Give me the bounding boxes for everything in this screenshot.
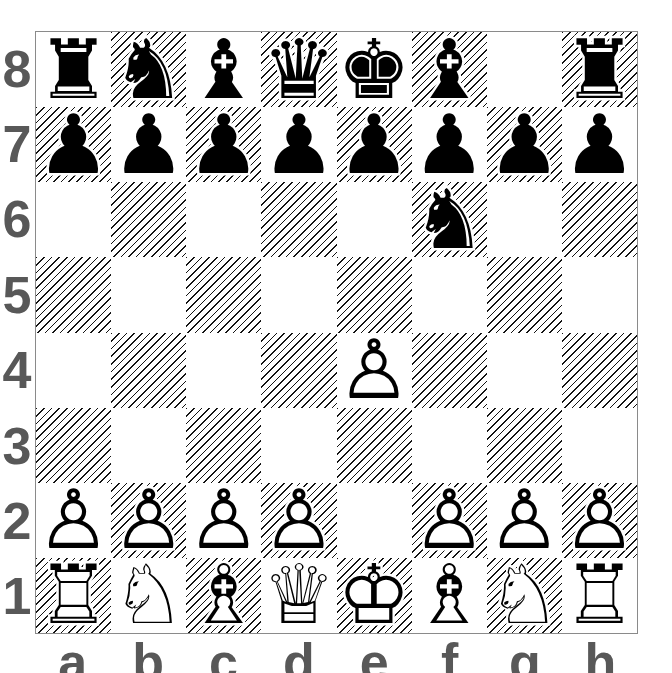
square-c6[interactable] (186, 182, 261, 257)
file-label-a: a (35, 632, 110, 673)
square-f1[interactable]: ♝♗ (412, 558, 487, 633)
square-g4[interactable] (487, 333, 562, 408)
black-king-e8: ♚♚ (337, 32, 412, 107)
square-d5[interactable] (261, 257, 336, 332)
white-knight-g1: ♞♘ (487, 558, 562, 633)
square-c1[interactable]: ♝♗ (186, 558, 261, 633)
square-b1[interactable]: ♞♘ (111, 558, 186, 633)
black-pawn-f7: ♟♟ (412, 107, 487, 182)
square-b5[interactable] (111, 257, 186, 332)
white-knight-glyph: ♘ (488, 554, 562, 636)
board: ♜♜♞♞♝♝♛♛♚♚♝♝♜♜♟♟♟♟♟♟♟♟♟♟♟♟♟♟♟♟♞♞♟♙♟♙♟♙♟♙… (35, 31, 638, 634)
square-d4[interactable] (261, 333, 336, 408)
black-pawn-d7: ♟♟ (261, 107, 336, 182)
file-label-c: c (186, 632, 261, 673)
square-g7[interactable]: ♟♟ (487, 107, 562, 182)
square-a7[interactable]: ♟♟ (36, 107, 111, 182)
square-d8[interactable]: ♛♛ (261, 32, 336, 107)
square-f7[interactable]: ♟♟ (412, 107, 487, 182)
square-h8[interactable]: ♜♜ (562, 32, 637, 107)
square-a4[interactable] (36, 333, 111, 408)
square-e1[interactable]: ♚♔ (337, 558, 412, 633)
file-labels: abcdefgh (35, 632, 638, 673)
white-king-e1: ♚♔ (337, 558, 412, 633)
white-queen-glyph: ♕ (262, 554, 336, 636)
black-bishop-f8: ♝♝ (412, 32, 487, 107)
square-b6[interactable] (111, 182, 186, 257)
square-e8[interactable]: ♚♚ (337, 32, 412, 107)
file-label-d: d (261, 632, 336, 673)
square-f5[interactable] (412, 257, 487, 332)
black-rook-h8: ♜♜ (562, 32, 637, 107)
rank-label-2: 2 (0, 483, 34, 558)
white-queen-d1: ♛♕ (261, 558, 336, 633)
file-label-e: e (337, 632, 412, 673)
rank-label-6: 6 (0, 182, 34, 257)
square-g8[interactable] (487, 32, 562, 107)
file-label-h: h (563, 632, 638, 673)
square-a1[interactable]: ♜♖ (36, 558, 111, 633)
square-f8[interactable]: ♝♝ (412, 32, 487, 107)
white-knight-b1: ♞♘ (111, 558, 186, 633)
black-pawn-b7: ♟♟ (111, 107, 186, 182)
square-h1[interactable]: ♜♖ (562, 558, 637, 633)
white-rook-glyph: ♖ (37, 554, 111, 636)
square-c5[interactable] (186, 257, 261, 332)
white-bishop-glyph: ♗ (412, 554, 486, 636)
square-f6[interactable]: ♞♞ (412, 182, 487, 257)
black-pawn-h7: ♟♟ (562, 107, 637, 182)
square-a8[interactable]: ♜♜ (36, 32, 111, 107)
black-pawn-glyph: ♟ (187, 104, 261, 186)
square-d1[interactable]: ♛♕ (261, 558, 336, 633)
black-pawn-glyph: ♟ (37, 104, 111, 186)
white-rook-h1: ♜♖ (562, 558, 637, 633)
square-c8[interactable]: ♝♝ (186, 32, 261, 107)
square-b8[interactable]: ♞♞ (111, 32, 186, 107)
white-bishop-f1: ♝♗ (412, 558, 487, 633)
chessboard-diagram: 87654321 ♜♜♞♞♝♝♛♛♚♚♝♝♜♜♟♟♟♟♟♟♟♟♟♟♟♟♟♟♟♟♞… (0, 0, 672, 673)
rank-label-5: 5 (0, 257, 34, 332)
square-g6[interactable] (487, 182, 562, 257)
black-queen-d8: ♛♛ (261, 32, 336, 107)
black-bishop-c8: ♝♝ (186, 32, 261, 107)
black-knight-b8: ♞♞ (111, 32, 186, 107)
black-rook-a8: ♜♜ (36, 32, 111, 107)
square-g5[interactable] (487, 257, 562, 332)
file-label-f: f (412, 632, 487, 673)
black-pawn-glyph: ♟ (337, 104, 411, 186)
rank-label-4: 4 (0, 333, 34, 408)
file-label-g: g (487, 632, 562, 673)
rank-label-7: 7 (0, 106, 34, 181)
rank-labels: 87654321 (0, 31, 34, 634)
square-h4[interactable] (562, 333, 637, 408)
white-bishop-c1: ♝♗ (186, 558, 261, 633)
square-f4[interactable] (412, 333, 487, 408)
square-c7[interactable]: ♟♟ (186, 107, 261, 182)
rank-label-1: 1 (0, 559, 34, 634)
black-knight-glyph: ♞ (412, 179, 486, 261)
square-g1[interactable]: ♞♘ (487, 558, 562, 633)
square-e6[interactable] (337, 182, 412, 257)
black-pawn-glyph: ♟ (262, 104, 336, 186)
white-pawn-e4: ♟♙ (337, 333, 412, 408)
square-d6[interactable] (261, 182, 336, 257)
square-h7[interactable]: ♟♟ (562, 107, 637, 182)
square-e7[interactable]: ♟♟ (337, 107, 412, 182)
rank-label-3: 3 (0, 408, 34, 483)
square-b4[interactable] (111, 333, 186, 408)
square-a6[interactable] (36, 182, 111, 257)
black-pawn-glyph: ♟ (488, 104, 562, 186)
square-h5[interactable] (562, 257, 637, 332)
white-rook-a1: ♜♖ (36, 558, 111, 633)
black-pawn-g7: ♟♟ (487, 107, 562, 182)
white-bishop-glyph: ♗ (187, 554, 261, 636)
square-c4[interactable] (186, 333, 261, 408)
square-d7[interactable]: ♟♟ (261, 107, 336, 182)
black-pawn-a7: ♟♟ (36, 107, 111, 182)
black-pawn-glyph: ♟ (563, 104, 637, 186)
square-e4[interactable]: ♟♙ (337, 333, 412, 408)
white-rook-glyph: ♖ (563, 554, 637, 636)
black-knight-f6: ♞♞ (412, 182, 487, 257)
square-b7[interactable]: ♟♟ (111, 107, 186, 182)
white-king-glyph: ♔ (337, 554, 411, 636)
square-h6[interactable] (562, 182, 637, 257)
black-pawn-e7: ♟♟ (337, 107, 412, 182)
square-a5[interactable] (36, 257, 111, 332)
file-label-b: b (110, 632, 185, 673)
black-pawn-c7: ♟♟ (186, 107, 261, 182)
white-pawn-glyph: ♙ (337, 329, 411, 411)
white-knight-glyph: ♘ (112, 554, 186, 636)
square-e3[interactable] (337, 408, 412, 483)
rank-label-8: 8 (0, 31, 34, 106)
black-pawn-glyph: ♟ (112, 104, 186, 186)
